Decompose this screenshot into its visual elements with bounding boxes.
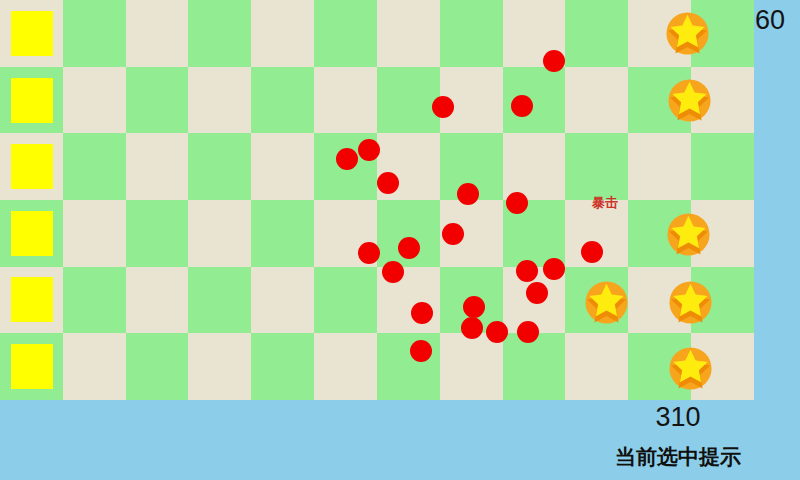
star-target[interactable] (668, 79, 711, 122)
yellow-square-target[interactable] (11, 78, 53, 123)
game-stage: 60 暴击 310 当前选中提示 (0, 0, 800, 480)
red-dot-target[interactable] (517, 321, 539, 343)
board-cell (251, 0, 314, 67)
board-cell (188, 0, 251, 67)
yellow-square-target[interactable] (11, 344, 53, 389)
star-target[interactable] (667, 213, 710, 256)
red-dot-target[interactable] (461, 317, 483, 339)
red-dot-target[interactable] (382, 261, 404, 283)
board-cell (377, 333, 440, 400)
crit-label: 暴击 (592, 194, 632, 212)
star-icon (669, 347, 712, 390)
board-cell (251, 267, 314, 334)
board-cell (251, 67, 314, 134)
board-cell (126, 0, 189, 67)
board-cell (126, 333, 189, 400)
red-dot-target[interactable] (463, 296, 485, 318)
board-cell (63, 267, 126, 334)
board-cell (188, 267, 251, 334)
board-cell (440, 0, 503, 67)
board-cell (314, 0, 377, 67)
star-icon (668, 79, 711, 122)
yellow-square-target[interactable] (11, 277, 53, 322)
board-cell (628, 133, 691, 200)
board-cell (565, 0, 628, 67)
star-target[interactable] (666, 12, 709, 55)
board-cell (63, 0, 126, 67)
board-cell (565, 67, 628, 134)
red-dot-target[interactable] (411, 302, 433, 324)
red-dot-target[interactable] (358, 139, 380, 161)
board-cell (126, 267, 189, 334)
score-top-right: 60 (745, 5, 795, 36)
red-dot-target[interactable] (398, 237, 420, 259)
red-dot-target[interactable] (486, 321, 508, 343)
toolbar (0, 400, 800, 480)
board-cell (63, 200, 126, 267)
red-dot-target[interactable] (336, 148, 358, 170)
board-cell (377, 67, 440, 134)
board-cell (251, 200, 314, 267)
red-dot-target[interactable] (442, 223, 464, 245)
board-cell (126, 67, 189, 134)
board-cell (188, 133, 251, 200)
board-cell (251, 333, 314, 400)
board-cell (565, 333, 628, 400)
yellow-square-target[interactable] (11, 11, 53, 56)
star-target[interactable] (669, 281, 712, 324)
star-target[interactable] (585, 281, 628, 324)
board-cell (314, 333, 377, 400)
board-cell (377, 0, 440, 67)
star-target[interactable] (669, 347, 712, 390)
board-cell (63, 67, 126, 134)
game-board (0, 0, 754, 400)
board-cell (188, 333, 251, 400)
board-cell (314, 267, 377, 334)
yellow-square-target[interactable] (11, 211, 53, 256)
star-icon (669, 281, 712, 324)
board-cell (691, 133, 754, 200)
red-dot-target[interactable] (358, 242, 380, 264)
red-dot-target[interactable] (377, 172, 399, 194)
board-cell (63, 333, 126, 400)
red-dot-target[interactable] (506, 192, 528, 214)
red-dot-target[interactable] (516, 260, 538, 282)
board-cell (63, 133, 126, 200)
star-icon (667, 213, 710, 256)
board-cell (314, 67, 377, 134)
board-cell (503, 333, 566, 400)
board-cell (126, 133, 189, 200)
board-cell (251, 133, 314, 200)
red-dot-target[interactable] (410, 340, 432, 362)
board-cell (188, 67, 251, 134)
yellow-square-target[interactable] (11, 144, 53, 189)
red-dot-target[interactable] (457, 183, 479, 205)
red-dot-target[interactable] (511, 95, 533, 117)
red-dot-target[interactable] (543, 50, 565, 72)
star-icon (585, 281, 628, 324)
red-dot-target[interactable] (526, 282, 548, 304)
board-cell (503, 133, 566, 200)
board-cell (565, 133, 628, 200)
red-dot-target[interactable] (543, 258, 565, 280)
star-icon (666, 12, 709, 55)
board-cell (126, 200, 189, 267)
red-dot-target[interactable] (432, 96, 454, 118)
red-dot-target[interactable] (581, 241, 603, 263)
board-cell (188, 200, 251, 267)
board-cell (440, 333, 503, 400)
